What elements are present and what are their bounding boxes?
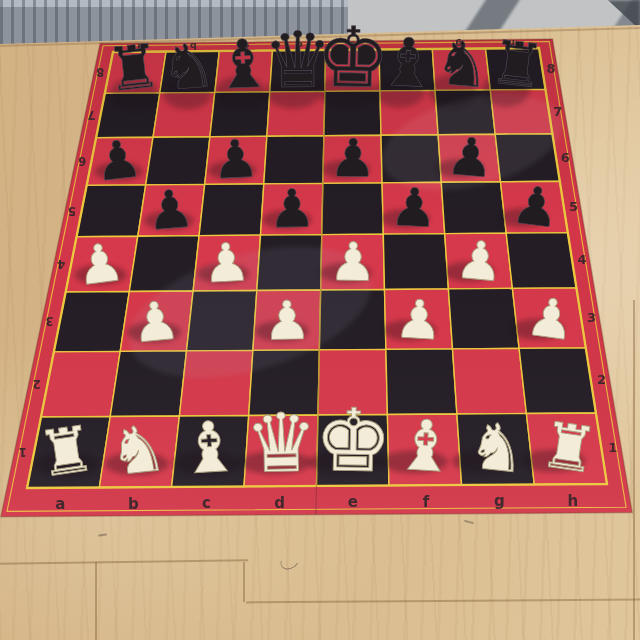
piece-black-pawn-a6: ♟	[91, 127, 145, 193]
piece-white-rook-h1: ♜	[536, 408, 602, 488]
piece-black-rook-a8: ♜	[103, 30, 164, 105]
piece-black-pawn-c6: ♟	[211, 127, 261, 190]
piece-black-knight-b8: ♞	[158, 29, 218, 104]
square-h4	[506, 233, 576, 289]
square-e5	[322, 183, 384, 235]
rank-label-right-7: 7	[553, 104, 562, 119]
rank-label-right-4: 4	[578, 252, 587, 267]
piece-white-pawn-a4: ♟	[73, 231, 128, 299]
piece-black-pawn-e6: ♟	[329, 127, 377, 189]
rank-label-left-6: 6	[78, 154, 86, 168]
chessboard-photo: aabbccddeeffgghh1122334455667788♜♞♝♛♚♝♞♜…	[0, 0, 640, 640]
piece-white-pawn-d3: ♟	[263, 289, 312, 353]
piece-white-pawn-e4: ♟	[329, 231, 378, 294]
piece-black-pawn-f5: ♟	[389, 176, 440, 240]
file-label-bottom-e: e	[348, 493, 358, 511]
rank-label-right-2: 2	[597, 372, 606, 387]
rank-label-left-2: 2	[33, 377, 41, 391]
piece-white-knight-b1: ♞	[105, 410, 170, 491]
file-label-bottom-f: f	[423, 493, 430, 511]
piece-white-knight-g1: ♞	[464, 407, 529, 488]
rank-label-right-8: 8	[546, 61, 555, 76]
rank-label-left-1: 1	[19, 445, 27, 459]
square-h2	[519, 348, 596, 414]
square-a5	[77, 185, 146, 237]
piece-black-pawn-d5: ♟	[268, 177, 316, 239]
file-label-bottom-c: c	[202, 494, 211, 512]
piece-white-pawn-c4: ♟	[201, 231, 252, 295]
file-label-bottom-b: b	[128, 495, 139, 513]
piece-white-pawn-h3: ♟	[523, 284, 579, 353]
piece-white-queen-d1: ♛	[244, 395, 319, 491]
piece-black-pawn-b5: ♟	[144, 177, 196, 242]
file-label-bottom-h: h	[567, 492, 578, 510]
piece-black-pawn-h5: ♟	[509, 173, 564, 240]
piece-white-pawn-f3: ♟	[393, 287, 445, 353]
file-label-bottom-d: d	[274, 494, 285, 512]
square-g2	[453, 348, 527, 414]
piece-black-knight-g8: ♞	[432, 26, 493, 101]
piece-white-bishop-c1: ♝	[176, 405, 244, 491]
rank-label-left-8: 8	[96, 65, 104, 79]
piece-black-rook-h8: ♜	[487, 26, 548, 102]
piece-black-pawn-g6: ♟	[444, 124, 496, 189]
piece-white-bishop-f1: ♝	[391, 403, 459, 489]
rank-label-left-5: 5	[68, 204, 76, 218]
piece-white-king-e1: ♚	[313, 389, 393, 492]
square-g3	[448, 288, 519, 349]
rank-label-left-7: 7	[88, 108, 96, 122]
square-c5	[199, 184, 264, 236]
piece-white-rook-a1: ♜	[33, 411, 99, 491]
piece-white-pawn-b3: ♟	[129, 288, 183, 355]
piece-black-bishop-f8: ♝	[376, 22, 440, 103]
square-f4	[383, 234, 448, 290]
piece-white-pawn-g4: ♟	[453, 228, 506, 294]
rank-label-left-3: 3	[45, 314, 53, 328]
file-label-bottom-a: a	[55, 495, 65, 513]
rank-label-right-3: 3	[587, 310, 596, 325]
file-label-bottom-g: g	[494, 492, 505, 510]
rank-label-right-6: 6	[561, 150, 570, 165]
rank-label-left-4: 4	[57, 257, 65, 271]
rank-label-right-5: 5	[569, 199, 578, 214]
rank-label-right-1: 1	[608, 440, 617, 455]
